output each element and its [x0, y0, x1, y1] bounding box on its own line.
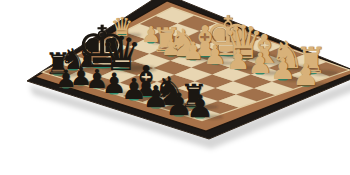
- chess-board: [0, 0, 350, 175]
- chess-set-product-photo: ♛♟♜♟♚♞♝♛♟♝♟♝♚♟♞♞♛♟♜♜♟♟♟♟♟♟♝♟♞♜♟♟♟: [0, 0, 350, 175]
